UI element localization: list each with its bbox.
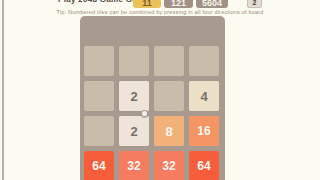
stat-value: 121 bbox=[171, 0, 186, 8]
tile-64: 64 bbox=[189, 151, 219, 180]
tile-2: 2 bbox=[119, 81, 149, 111]
game-board[interactable]: 24281664323264 bbox=[80, 16, 225, 180]
cell-r4c1: 64 bbox=[84, 151, 114, 180]
mouse-cursor-dot bbox=[141, 110, 148, 117]
cell-r1c4 bbox=[189, 46, 219, 76]
tile-4: 4 bbox=[189, 81, 219, 111]
tile-32: 32 bbox=[119, 151, 149, 180]
stat-box-score: 121 bbox=[164, 0, 193, 8]
tile-2: 2 bbox=[119, 116, 149, 146]
cell-r2c1 bbox=[84, 81, 114, 111]
cell-r3c3: 8 bbox=[154, 116, 184, 146]
header-mini-button[interactable]: 2 bbox=[247, 0, 262, 8]
cell-r4c3: 32 bbox=[154, 151, 184, 180]
stat-box-best: 5604 bbox=[196, 0, 228, 8]
tile-32: 32 bbox=[154, 151, 184, 180]
cell-r1c3 bbox=[154, 46, 184, 76]
cell-r3c4: 16 bbox=[189, 116, 219, 146]
mini-button-label: 2 bbox=[253, 0, 257, 7]
page-title: Play 2048 Game Onl bbox=[58, 0, 140, 4]
stat-value: 5604 bbox=[202, 0, 222, 8]
tile-16: 16 bbox=[189, 116, 219, 146]
cell-r4c4: 64 bbox=[189, 151, 219, 180]
window-edge bbox=[2, 0, 4, 180]
tile-64: 64 bbox=[84, 151, 114, 180]
stat-value: 11 bbox=[142, 0, 152, 8]
cell-r3c1 bbox=[84, 116, 114, 146]
cell-r4c2: 32 bbox=[119, 151, 149, 180]
cell-r1c2 bbox=[119, 46, 149, 76]
cell-r2c3 bbox=[154, 81, 184, 111]
cell-r2c4: 4 bbox=[189, 81, 219, 111]
tip-text: Tip: Numbered tiles can be combined by p… bbox=[0, 9, 320, 15]
cell-r3c2: 2 bbox=[119, 116, 149, 146]
cell-r1c1 bbox=[84, 46, 114, 76]
tile-grid: 24281664323264 bbox=[84, 46, 220, 180]
game-screen: Play 2048 Game Onl 11 121 5604 2 Tip: Nu… bbox=[0, 0, 320, 180]
cell-r2c2: 2 bbox=[119, 81, 149, 111]
tile-8: 8 bbox=[154, 116, 184, 146]
stat-box-moves: 11 bbox=[133, 0, 161, 8]
